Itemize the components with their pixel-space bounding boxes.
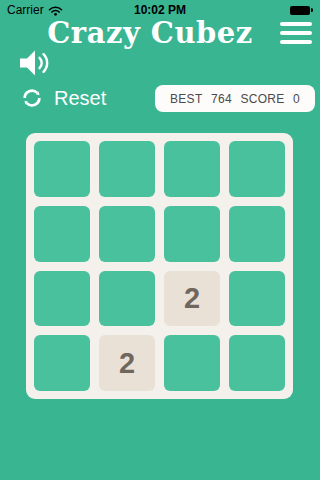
app-screen: Carrier 10:02 PM Crazy Cubez bbox=[0, 0, 320, 480]
status-time: 10:02 PM bbox=[134, 3, 186, 17]
grid-cell bbox=[229, 206, 285, 262]
wifi-icon bbox=[48, 5, 63, 16]
grid-cell bbox=[99, 206, 155, 262]
grid-cell bbox=[34, 206, 90, 262]
grid-cell bbox=[229, 141, 285, 197]
score-label: SCORE bbox=[240, 92, 284, 106]
sound-button[interactable] bbox=[19, 49, 53, 77]
carrier-group: Carrier bbox=[7, 3, 63, 17]
speaker-icon bbox=[19, 49, 53, 77]
reset-label: Reset bbox=[54, 87, 106, 110]
grid-cell bbox=[99, 271, 155, 327]
board[interactable]: 22 bbox=[26, 133, 293, 399]
reset-button[interactable]: Reset bbox=[21, 86, 106, 110]
battery-icon bbox=[290, 6, 313, 15]
grid-cell bbox=[164, 141, 220, 197]
grid-cell bbox=[164, 335, 220, 391]
grid-cell bbox=[229, 335, 285, 391]
grid-cell bbox=[34, 271, 90, 327]
tile-2: 2 bbox=[164, 271, 220, 327]
hamburger-menu-icon[interactable] bbox=[280, 22, 312, 44]
grid-cell bbox=[164, 206, 220, 262]
best-value: 764 bbox=[211, 92, 232, 106]
carrier-label: Carrier bbox=[7, 3, 44, 17]
page-title: Crazy Cubez bbox=[0, 16, 300, 50]
grid-cell bbox=[34, 335, 90, 391]
grid-cell bbox=[34, 141, 90, 197]
tile-2: 2 bbox=[99, 335, 155, 391]
grid-cell bbox=[229, 271, 285, 327]
grid-cell bbox=[99, 141, 155, 197]
score-value: 0 bbox=[293, 92, 300, 106]
best-label: BEST bbox=[170, 92, 203, 106]
refresh-icon bbox=[21, 87, 43, 109]
scoreboard: BEST 764 SCORE 0 bbox=[155, 85, 315, 112]
